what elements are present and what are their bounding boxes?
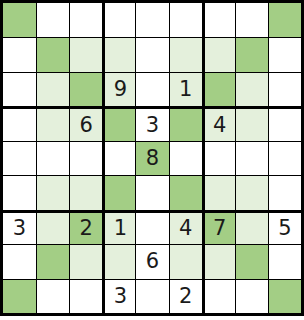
cell-r2c7[interactable]: [202, 37, 235, 71]
cell-r7c3[interactable]: 2: [69, 210, 102, 244]
cell-r6c1[interactable]: [3, 175, 36, 209]
cell-r8c4[interactable]: [102, 244, 135, 278]
cell-r3c9[interactable]: [268, 72, 301, 106]
cell-r9c5[interactable]: [135, 279, 168, 313]
cell-r6c6[interactable]: [169, 175, 202, 209]
cell-r8c6[interactable]: [169, 244, 202, 278]
cell-r3c2[interactable]: [36, 72, 69, 106]
cell-r2c8[interactable]: [235, 37, 268, 71]
cell-r1c5[interactable]: [135, 3, 168, 37]
cell-r7c7[interactable]: 7: [202, 210, 235, 244]
cell-r1c9[interactable]: [268, 3, 301, 37]
cell-r3c7[interactable]: [202, 72, 235, 106]
cell-r9c2[interactable]: [36, 279, 69, 313]
cell-r9c1[interactable]: [3, 279, 36, 313]
cell-r1c6[interactable]: [169, 3, 202, 37]
cell-r6c9[interactable]: [268, 175, 301, 209]
cell-r8c7[interactable]: [202, 244, 235, 278]
cell-r4c4[interactable]: [102, 106, 135, 140]
cell-r1c3[interactable]: [69, 3, 102, 37]
cell-r4c3[interactable]: 6: [69, 106, 102, 140]
cell-r4c7[interactable]: 4: [202, 106, 235, 140]
cell-r2c6[interactable]: [169, 37, 202, 71]
cell-r7c2[interactable]: [36, 210, 69, 244]
cell-r2c3[interactable]: [69, 37, 102, 71]
cell-r7c6[interactable]: 4: [169, 210, 202, 244]
cell-r1c7[interactable]: [202, 3, 235, 37]
cell-r4c6[interactable]: [169, 106, 202, 140]
cell-r8c1[interactable]: [3, 244, 36, 278]
cell-r9c6[interactable]: 2: [169, 279, 202, 313]
cell-r5c7[interactable]: [202, 141, 235, 175]
cell-r7c8[interactable]: [235, 210, 268, 244]
cell-r7c9[interactable]: 5: [268, 210, 301, 244]
cell-r5c6[interactable]: [169, 141, 202, 175]
cell-r1c2[interactable]: [36, 3, 69, 37]
cell-r5c8[interactable]: [235, 141, 268, 175]
cell-r9c3[interactable]: [69, 279, 102, 313]
cell-r5c1[interactable]: [3, 141, 36, 175]
cell-r4c1[interactable]: [3, 106, 36, 140]
cell-r6c2[interactable]: [36, 175, 69, 209]
cell-r7c5[interactable]: [135, 210, 168, 244]
cell-r1c1[interactable]: [3, 3, 36, 37]
cell-r6c4[interactable]: [102, 175, 135, 209]
cell-r6c5[interactable]: [135, 175, 168, 209]
cell-r4c2[interactable]: [36, 106, 69, 140]
cell-r5c3[interactable]: [69, 141, 102, 175]
cell-r3c6[interactable]: 1: [169, 72, 202, 106]
cell-r2c4[interactable]: [102, 37, 135, 71]
cell-r7c1[interactable]: 3: [3, 210, 36, 244]
cell-r6c8[interactable]: [235, 175, 268, 209]
cell-r8c9[interactable]: [268, 244, 301, 278]
cell-r2c5[interactable]: [135, 37, 168, 71]
cell-r1c8[interactable]: [235, 3, 268, 37]
cell-r9c4[interactable]: 3: [102, 279, 135, 313]
cell-r3c4[interactable]: 9: [102, 72, 135, 106]
cell-r3c1[interactable]: [3, 72, 36, 106]
cell-r4c5[interactable]: 3: [135, 106, 168, 140]
cell-r7c4[interactable]: 1: [102, 210, 135, 244]
cell-r2c2[interactable]: [36, 37, 69, 71]
cell-r9c8[interactable]: [235, 279, 268, 313]
cell-r2c1[interactable]: [3, 37, 36, 71]
cell-r1c4[interactable]: [102, 3, 135, 37]
cell-r5c4[interactable]: [102, 141, 135, 175]
cell-r3c5[interactable]: [135, 72, 168, 106]
cell-r3c3[interactable]: [69, 72, 102, 106]
cell-r6c7[interactable]: [202, 175, 235, 209]
cell-r4c8[interactable]: [235, 106, 268, 140]
cell-r8c3[interactable]: [69, 244, 102, 278]
cell-r8c2[interactable]: [36, 244, 69, 278]
cell-r5c2[interactable]: [36, 141, 69, 175]
sudoku-board: 916348321475632: [0, 0, 304, 316]
cell-r5c9[interactable]: [268, 141, 301, 175]
cell-r4c9[interactable]: [268, 106, 301, 140]
cell-r2c9[interactable]: [268, 37, 301, 71]
cell-r8c8[interactable]: [235, 244, 268, 278]
cell-r9c9[interactable]: [268, 279, 301, 313]
cell-r8c5[interactable]: 6: [135, 244, 168, 278]
cell-r3c8[interactable]: [235, 72, 268, 106]
cell-r9c7[interactable]: [202, 279, 235, 313]
cell-r6c3[interactable]: [69, 175, 102, 209]
cell-r5c5[interactable]: 8: [135, 141, 168, 175]
